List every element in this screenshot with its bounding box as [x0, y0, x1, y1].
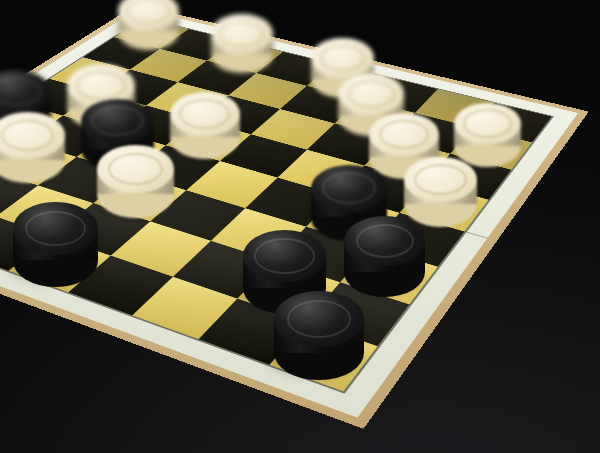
- piece-top: [81, 99, 154, 144]
- checker-piece-white[interactable]: [118, 0, 179, 50]
- checker-piece-white[interactable]: [170, 92, 240, 159]
- piece-groove-ring: [348, 80, 396, 108]
- piece-groove-ring: [219, 21, 264, 47]
- pieces-layer: [0, 0, 600, 453]
- piece-top: [338, 73, 404, 114]
- checker-piece-black[interactable]: [274, 291, 363, 380]
- piece-top: [369, 113, 439, 156]
- piece-top: [274, 291, 363, 346]
- piece-top: [211, 14, 273, 52]
- piece-groove-ring: [414, 164, 467, 195]
- piece-top: [13, 202, 97, 254]
- piece-groove-ring: [76, 71, 126, 100]
- checker-piece-white[interactable]: [0, 112, 65, 183]
- piece-groove-ring: [322, 172, 377, 204]
- piece-top: [97, 145, 174, 193]
- piece-groove-ring: [254, 238, 314, 273]
- piece-top: [170, 92, 240, 136]
- piece-top: [344, 216, 425, 266]
- piece-groove-ring: [1, 120, 55, 152]
- piece-groove-ring: [320, 45, 365, 72]
- checker-piece-white[interactable]: [97, 145, 174, 218]
- checker-piece-black[interactable]: [344, 216, 425, 297]
- piece-groove-ring: [108, 153, 163, 185]
- checker-piece-black[interactable]: [13, 202, 97, 286]
- piece-groove-ring: [463, 109, 512, 137]
- piece-groove-ring: [25, 211, 86, 247]
- piece-groove-ring: [91, 106, 143, 137]
- piece-groove-ring: [379, 120, 429, 149]
- piece-groove-ring: [356, 224, 414, 258]
- piece-groove-ring: [0, 77, 41, 107]
- piece-groove-ring: [126, 0, 170, 24]
- checker-piece-white[interactable]: [211, 14, 273, 73]
- piece-top: [404, 157, 478, 203]
- piece-top: [311, 165, 387, 212]
- piece-top: [243, 230, 327, 282]
- piece-groove-ring: [287, 300, 351, 338]
- piece-top: [311, 38, 374, 77]
- piece-groove-ring: [179, 99, 230, 129]
